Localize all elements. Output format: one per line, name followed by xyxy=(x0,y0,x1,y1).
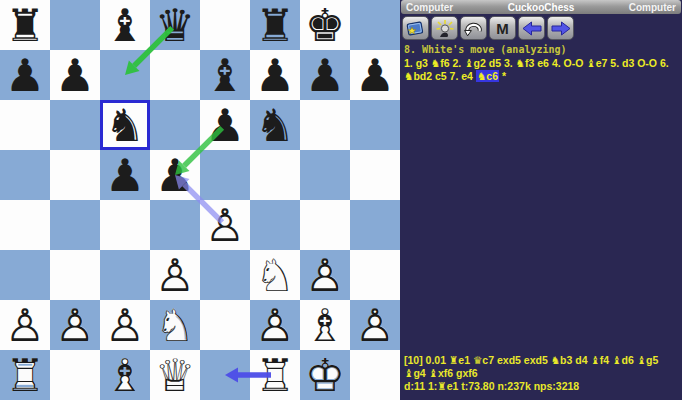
chess-board[interactable]: ♜♝♛♜♚♟♟♝♟♟♟♞♟♞♟♟♟♙♟♙♞♘♟♙♟♙♟♙♟♙♞♘♟♙♝♗♟♙♜♖… xyxy=(0,0,400,400)
piece-white-pawn-outline: ♙ xyxy=(50,300,100,350)
app-title: CuckooChess xyxy=(508,2,575,13)
square-h3[interactable] xyxy=(350,250,400,300)
square-c1[interactable]: ♝♗ xyxy=(100,350,150,400)
square-h6[interactable] xyxy=(350,100,400,150)
square-c3[interactable] xyxy=(100,250,150,300)
piece-white-pawn: ♟ xyxy=(100,300,150,350)
sparkle-icon xyxy=(434,19,456,38)
piece-black-pawn: ♟ xyxy=(200,100,250,150)
square-b1[interactable] xyxy=(50,350,100,400)
square-a7[interactable]: ♟ xyxy=(0,50,50,100)
square-a2[interactable]: ♟♙ xyxy=(0,300,50,350)
square-d5[interactable]: ♟ xyxy=(150,150,200,200)
square-e5[interactable] xyxy=(200,150,250,200)
square-a8[interactable]: ♜ xyxy=(0,0,50,50)
engine-panel: Computer CuckooChess Computer xyxy=(400,0,682,400)
piece-white-knight-outline: ♘ xyxy=(150,300,200,350)
piece-black-pawn: ♟ xyxy=(250,50,300,100)
black-player-label[interactable]: Computer xyxy=(629,2,676,13)
undo-move-button[interactable] xyxy=(518,16,545,40)
piece-black-pawn: ♟ xyxy=(350,50,400,100)
square-e6[interactable]: ♟ xyxy=(200,100,250,150)
square-c2[interactable]: ♟♙ xyxy=(100,300,150,350)
square-c4[interactable] xyxy=(100,200,150,250)
mode-button[interactable]: M xyxy=(489,16,516,40)
piece-white-rook-outline: ♖ xyxy=(0,350,50,400)
square-g2[interactable]: ♝♗ xyxy=(300,300,350,350)
square-g5[interactable] xyxy=(300,150,350,200)
piece-white-pawn: ♟ xyxy=(0,300,50,350)
square-f6[interactable]: ♞ xyxy=(250,100,300,150)
piece-white-rook: ♜ xyxy=(0,350,50,400)
piece-black-pawn: ♟ xyxy=(100,150,150,200)
square-g8[interactable]: ♚ xyxy=(300,0,350,50)
square-g7[interactable]: ♟ xyxy=(300,50,350,100)
square-b5[interactable] xyxy=(50,150,100,200)
square-c5[interactable]: ♟ xyxy=(100,150,150,200)
right-arrow-icon xyxy=(550,19,572,38)
chess-board-area: ♜♝♛♜♚♟♟♝♟♟♟♞♟♞♟♟♟♙♟♙♞♘♟♙♟♙♟♙♟♙♞♘♟♙♝♗♟♙♜♖… xyxy=(0,0,400,400)
square-f7[interactable]: ♟ xyxy=(250,50,300,100)
square-b7[interactable]: ♟ xyxy=(50,50,100,100)
piece-white-pawn-outline: ♙ xyxy=(250,300,300,350)
search-stats: d:11 1:♜e1 t:73.80 n:237k nps:3218 xyxy=(404,380,679,393)
piece-black-pawn: ♟ xyxy=(300,50,350,100)
square-a3[interactable] xyxy=(0,250,50,300)
square-e8[interactable] xyxy=(200,0,250,50)
square-e4[interactable]: ♟♙ xyxy=(200,200,250,250)
piece-white-pawn: ♟ xyxy=(350,300,400,350)
piece-white-bishop-outline: ♗ xyxy=(300,300,350,350)
flip-board-button[interactable] xyxy=(460,16,487,40)
piece-white-pawn: ♟ xyxy=(250,300,300,350)
mode-button-label: M xyxy=(496,21,509,36)
square-g1[interactable]: ♚♔ xyxy=(300,350,350,400)
piece-white-pawn-outline: ♙ xyxy=(150,250,200,300)
piece-white-rook-outline: ♖ xyxy=(250,350,300,400)
piece-white-queen: ♛ xyxy=(150,350,200,400)
square-e2[interactable] xyxy=(200,300,250,350)
square-h7[interactable]: ♟ xyxy=(350,50,400,100)
title-bar: Computer CuckooChess Computer xyxy=(401,0,681,14)
piece-black-knight: ♞ xyxy=(250,100,300,150)
square-h5[interactable] xyxy=(350,150,400,200)
square-d6[interactable] xyxy=(150,100,200,150)
piece-white-bishop-outline: ♗ xyxy=(100,350,150,400)
piece-white-bishop: ♝ xyxy=(300,300,350,350)
square-b6[interactable] xyxy=(50,100,100,150)
principal-variation: [10] 0.01 ♜e1 ♛c7 exd5 exd5 ♞b3 d4 ♝f4 ♝… xyxy=(404,354,679,380)
engine-status: 8. White's move (analyzing) xyxy=(404,44,682,55)
square-b4[interactable] xyxy=(50,200,100,250)
piece-black-queen: ♛ xyxy=(150,0,200,50)
square-f1[interactable]: ♜♖ xyxy=(250,350,300,400)
square-d2[interactable]: ♞♘ xyxy=(150,300,200,350)
piece-white-pawn-outline: ♙ xyxy=(200,200,250,250)
square-b3[interactable] xyxy=(50,250,100,300)
piece-white-pawn-outline: ♙ xyxy=(350,300,400,350)
square-h2[interactable]: ♟♙ xyxy=(350,300,400,350)
square-b8[interactable] xyxy=(50,0,100,50)
move-list[interactable]: 1. g3 ♞f6 2. ♝g2 d5 3. ♞f3 e6 4. O-O ♝e7… xyxy=(404,57,678,82)
square-g3[interactable]: ♟♙ xyxy=(300,250,350,300)
piece-white-knight: ♞ xyxy=(250,250,300,300)
piece-black-king: ♚ xyxy=(300,0,350,50)
square-a4[interactable] xyxy=(0,200,50,250)
current-move-highlight[interactable]: ♞c6 xyxy=(476,70,499,82)
square-h1[interactable] xyxy=(350,350,400,400)
piece-black-pawn: ♟ xyxy=(50,50,100,100)
redo-move-button[interactable] xyxy=(547,16,574,40)
square-f3[interactable]: ♞♘ xyxy=(250,250,300,300)
square-d8[interactable]: ♛ xyxy=(150,0,200,50)
piece-white-pawn: ♟ xyxy=(150,250,200,300)
piece-white-pawn: ♟ xyxy=(200,200,250,250)
square-h4[interactable] xyxy=(350,200,400,250)
square-a1[interactable]: ♜♖ xyxy=(0,350,50,400)
square-g4[interactable] xyxy=(300,200,350,250)
square-e3[interactable] xyxy=(200,250,250,300)
game-result-marker: * xyxy=(499,70,506,82)
square-d3[interactable]: ♟♙ xyxy=(150,250,200,300)
piece-white-pawn: ♟ xyxy=(300,250,350,300)
piece-white-queen-outline: ♕ xyxy=(150,350,200,400)
square-c7[interactable] xyxy=(100,50,150,100)
square-f2[interactable]: ♟♙ xyxy=(250,300,300,350)
square-d4[interactable] xyxy=(150,200,200,250)
edit-board-button[interactable] xyxy=(402,16,429,40)
piece-white-knight: ♞ xyxy=(150,300,200,350)
circular-arrow-icon xyxy=(463,19,485,38)
square-g6[interactable] xyxy=(300,100,350,150)
piece-black-rook: ♜ xyxy=(250,0,300,50)
square-h8[interactable] xyxy=(350,0,400,50)
piece-white-king: ♚ xyxy=(300,350,350,400)
square-c8[interactable]: ♝ xyxy=(100,0,150,50)
piece-white-pawn: ♟ xyxy=(50,300,100,350)
engine-think-button[interactable] xyxy=(431,16,458,40)
square-e7[interactable]: ♝ xyxy=(200,50,250,100)
piece-black-pawn: ♟ xyxy=(0,50,50,100)
piece-white-pawn-outline: ♙ xyxy=(0,300,50,350)
piece-black-rook: ♜ xyxy=(0,0,50,50)
piece-black-bishop: ♝ xyxy=(100,0,150,50)
piece-white-bishop: ♝ xyxy=(100,350,150,400)
square-f5[interactable] xyxy=(250,150,300,200)
piece-white-pawn-outline: ♙ xyxy=(100,300,150,350)
left-arrow-icon xyxy=(521,19,543,38)
square-d7[interactable] xyxy=(150,50,200,100)
piece-black-bishop: ♝ xyxy=(200,50,250,100)
piece-white-pawn-outline: ♙ xyxy=(300,250,350,300)
square-d1[interactable]: ♛♕ xyxy=(150,350,200,400)
toolbar: M xyxy=(400,14,682,40)
square-c6[interactable]: ♞ xyxy=(100,100,150,150)
square-b2[interactable]: ♟♙ xyxy=(50,300,100,350)
piece-black-pawn: ♟ xyxy=(150,150,200,200)
square-f8[interactable]: ♜ xyxy=(250,0,300,50)
square-e1[interactable] xyxy=(200,350,250,400)
piece-white-rook: ♜ xyxy=(250,350,300,400)
board-star-icon xyxy=(405,19,427,38)
square-f4[interactable] xyxy=(250,200,300,250)
moves-played[interactable]: 1. g3 ♞f6 2. ♝g2 d5 3. ♞f3 e6 4. O-O ♝e7… xyxy=(404,57,669,82)
piece-white-king-outline: ♔ xyxy=(300,350,350,400)
square-a5[interactable] xyxy=(0,150,50,200)
piece-black-knight: ♞ xyxy=(100,100,150,150)
square-a6[interactable] xyxy=(0,100,50,150)
white-player-label[interactable]: Computer xyxy=(406,2,453,13)
analysis-output: [10] 0.01 ♜e1 ♛c7 exd5 exd5 ♞b3 d4 ♝f4 ♝… xyxy=(404,354,679,393)
piece-white-knight-outline: ♘ xyxy=(250,250,300,300)
